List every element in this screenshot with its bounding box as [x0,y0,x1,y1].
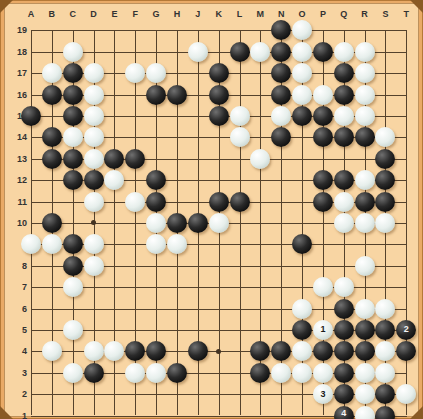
black-stone-J10[interactable] [188,213,208,233]
column-label-H: H [167,9,187,19]
black-stone-Q14[interactable] [334,127,354,147]
black-stone-S2[interactable] [375,384,395,404]
white-stone-T2[interactable] [396,384,416,404]
column-label-A: A [21,9,41,19]
black-stone-S13[interactable] [375,149,395,169]
white-stone-S14[interactable] [375,127,395,147]
white-stone-R12[interactable] [355,170,375,190]
white-stone-Q7[interactable] [334,277,354,297]
white-stone-G9[interactable] [146,234,166,254]
black-stone-Q4[interactable] [334,341,354,361]
white-stone-B4[interactable] [42,341,62,361]
white-stone-D9[interactable] [84,234,104,254]
white-stone-D11[interactable] [84,192,104,212]
black-stone-B10[interactable] [42,213,62,233]
row-label-19: 19 [11,25,27,35]
black-stone-N14[interactable] [271,127,291,147]
white-stone-P16[interactable] [313,85,333,105]
white-stone-F3[interactable] [125,363,145,383]
white-stone-F11[interactable] [125,192,145,212]
row-label-1: 1 [11,411,27,419]
row-label-7: 7 [11,282,27,292]
black-stone-C8[interactable] [63,256,83,276]
black-stone-N17[interactable] [271,63,291,83]
black-stone-P15[interactable] [313,106,333,126]
black-stone-S12[interactable] [375,170,395,190]
row-label-8: 8 [11,261,27,271]
white-stone-Q10[interactable] [334,213,354,233]
black-stone-S11[interactable] [375,192,395,212]
white-stone-S6[interactable] [375,299,395,319]
white-stone-C7[interactable] [63,277,83,297]
white-stone-R16[interactable] [355,85,375,105]
goban[interactable]: ABCDEFGHJKLMNOPQRST 19181716151413121110… [4,3,419,417]
black-stone-M4[interactable] [250,341,270,361]
black-stone-S5[interactable] [375,320,395,340]
board-frame: ABCDEFGHJKLMNOPQRST 19181716151413121110… [0,0,423,419]
column-label-Q: Q [334,9,354,19]
black-stone-E13[interactable] [104,149,124,169]
black-stone-C16[interactable] [63,85,83,105]
black-stone-L18[interactable] [230,42,250,62]
row-label-5: 5 [11,325,27,335]
move-number-3: 3 [320,390,325,399]
white-stone-O6[interactable] [292,299,312,319]
black-stone-G4[interactable] [146,341,166,361]
column-label-R: R [355,9,375,19]
row-label-14: 14 [11,132,27,142]
black-stone-B13[interactable] [42,149,62,169]
white-stone-P3[interactable] [313,363,333,383]
white-stone-L15[interactable] [230,106,250,126]
black-stone-Q6[interactable] [334,299,354,319]
go-app-window: ABCDEFGHJKLMNOPQRST 19181716151413121110… [0,0,423,419]
black-stone-L11[interactable] [230,192,250,212]
black-stone-Q2[interactable] [334,384,354,404]
black-stone-G11[interactable] [146,192,166,212]
white-stone-C14[interactable] [63,127,83,147]
white-stone-R3[interactable] [355,363,375,383]
black-stone-C9[interactable] [63,234,83,254]
black-stone-D3[interactable] [84,363,104,383]
row-label-6: 6 [11,304,27,314]
white-stone-Q18[interactable] [334,42,354,62]
row-label-10: 10 [11,218,27,228]
white-stone-R10[interactable] [355,213,375,233]
black-stone-G16[interactable] [146,85,166,105]
white-stone-S10[interactable] [375,213,395,233]
move-number-4: 4 [341,409,346,418]
black-stone-H3[interactable] [167,363,187,383]
column-label-G: G [146,9,166,19]
white-stone-O18[interactable] [292,42,312,62]
white-stone-R6[interactable] [355,299,375,319]
black-stone-H10[interactable] [167,213,187,233]
white-stone-O19[interactable] [292,20,312,40]
black-stone-P14[interactable] [313,127,333,147]
white-stone-H9[interactable] [167,234,187,254]
column-label-S: S [375,9,395,19]
black-stone-C15[interactable] [63,106,83,126]
white-stone-R1[interactable] [355,406,375,419]
black-stone-F4[interactable] [125,341,145,361]
star-point [91,220,96,225]
white-stone-B17[interactable] [42,63,62,83]
move-number-1: 1 [320,325,325,334]
white-stone-P7[interactable] [313,277,333,297]
white-stone-A9[interactable] [21,234,41,254]
column-label-P: P [313,9,333,19]
column-label-O: O [292,9,312,19]
white-stone-Q15[interactable] [334,106,354,126]
column-label-F: F [125,9,145,19]
white-stone-O17[interactable] [292,63,312,83]
white-stone-D14[interactable] [84,127,104,147]
white-stone-R8[interactable] [355,256,375,276]
row-label-16: 16 [11,90,27,100]
black-stone-F13[interactable] [125,149,145,169]
white-stone-O3[interactable] [292,363,312,383]
black-stone-O9[interactable] [292,234,312,254]
white-stone-O16[interactable] [292,85,312,105]
white-stone-R15[interactable] [355,106,375,126]
white-stone-G10[interactable] [146,213,166,233]
black-stone-R4[interactable] [355,341,375,361]
black-stone-C13[interactable] [63,149,83,169]
row-label-3: 3 [11,368,27,378]
black-stone-K17[interactable] [209,63,229,83]
corner-fold-top-left [0,0,13,13]
white-stone-J18[interactable] [188,42,208,62]
white-stone-D16[interactable] [84,85,104,105]
white-stone-D15[interactable] [84,106,104,126]
white-stone-E12[interactable] [104,170,124,190]
white-stone-K10[interactable] [209,213,229,233]
black-stone-P18[interactable] [313,42,333,62]
white-stone-B9[interactable] [42,234,62,254]
black-stone-N18[interactable] [271,42,291,62]
column-label-L: L [230,9,250,19]
white-stone-D13[interactable] [84,149,104,169]
black-stone-R11[interactable] [355,192,375,212]
row-label-18: 18 [11,47,27,57]
white-stone-D17[interactable] [84,63,104,83]
black-stone-P11[interactable] [313,192,333,212]
black-stone-Q5[interactable] [334,320,354,340]
black-stone-K16[interactable] [209,85,229,105]
black-stone-T4[interactable] [396,341,416,361]
corner-fold-top-right [410,0,423,13]
black-stone-D12[interactable] [84,170,104,190]
white-stone-P2[interactable]: 3 [313,384,333,404]
black-stone-T5[interactable]: 2 [396,320,416,340]
column-label-B: B [42,9,62,19]
corner-fold-bottom-left [0,406,13,419]
white-stone-M18[interactable] [250,42,270,62]
black-stone-Q17[interactable] [334,63,354,83]
black-stone-B14[interactable] [42,127,62,147]
white-stone-D4[interactable] [84,341,104,361]
black-stone-J4[interactable] [188,341,208,361]
row-label-17: 17 [11,68,27,78]
row-label-13: 13 [11,154,27,164]
column-label-N: N [271,9,291,19]
white-stone-L14[interactable] [230,127,250,147]
column-label-D: D [84,9,104,19]
black-stone-R5[interactable] [355,320,375,340]
white-stone-R2[interactable] [355,384,375,404]
black-stone-O5[interactable] [292,320,312,340]
black-stone-A15[interactable] [21,106,41,126]
white-stone-O4[interactable] [292,341,312,361]
white-stone-N3[interactable] [271,363,291,383]
black-stone-R14[interactable] [355,127,375,147]
row-label-11: 11 [11,197,27,207]
white-stone-G17[interactable] [146,63,166,83]
white-stone-R17[interactable] [355,63,375,83]
row-label-2: 2 [11,389,27,399]
black-stone-Q12[interactable] [334,170,354,190]
black-stone-S1[interactable] [375,406,395,419]
black-stone-G12[interactable] [146,170,166,190]
column-label-K: K [209,9,229,19]
white-stone-S4[interactable] [375,341,395,361]
white-stone-E4[interactable] [104,341,124,361]
black-stone-P12[interactable] [313,170,333,190]
column-label-M: M [250,9,270,19]
black-stone-B16[interactable] [42,85,62,105]
white-stone-G3[interactable] [146,363,166,383]
row-label-12: 12 [11,175,27,185]
white-stone-P5[interactable]: 1 [313,320,333,340]
black-stone-Q1[interactable]: 4 [334,406,354,419]
black-stone-M3[interactable] [250,363,270,383]
white-stone-C5[interactable] [63,320,83,340]
white-stone-N15[interactable] [271,106,291,126]
black-stone-N19[interactable] [271,20,291,40]
black-stone-C12[interactable] [63,170,83,190]
black-stone-Q3[interactable] [334,363,354,383]
star-point [216,349,221,354]
white-stone-D8[interactable] [84,256,104,276]
white-stone-Q11[interactable] [334,192,354,212]
black-stone-O15[interactable] [292,106,312,126]
column-label-C: C [63,9,83,19]
white-stone-M13[interactable] [250,149,270,169]
white-stone-C3[interactable] [63,363,83,383]
black-stone-H16[interactable] [167,85,187,105]
move-number-2: 2 [404,325,409,334]
black-stone-N4[interactable] [271,341,291,361]
black-stone-P4[interactable] [313,341,333,361]
corner-fold-bottom-right [410,406,423,419]
black-stone-Q16[interactable] [334,85,354,105]
black-stone-K11[interactable] [209,192,229,212]
white-stone-F17[interactable] [125,63,145,83]
row-label-4: 4 [11,346,27,356]
black-stone-C17[interactable] [63,63,83,83]
white-stone-C18[interactable] [63,42,83,62]
white-stone-S3[interactable] [375,363,395,383]
column-label-E: E [104,9,124,19]
white-stone-R18[interactable] [355,42,375,62]
black-stone-N16[interactable] [271,85,291,105]
column-label-J: J [188,9,208,19]
black-stone-K15[interactable] [209,106,229,126]
